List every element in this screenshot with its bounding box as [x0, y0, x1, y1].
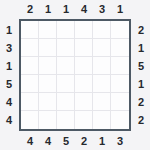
clue-top-2: 1 — [39, 1, 57, 17]
cell-r2c2[interactable] — [39, 39, 57, 57]
cell-r1c3[interactable] — [57, 21, 75, 39]
cell-r6c3[interactable] — [57, 111, 75, 129]
cell-r2c5[interactable] — [93, 39, 111, 57]
clue-row-bottom: 4 4 5 2 1 3 — [21, 133, 129, 149]
puzzle-board — [19, 19, 131, 131]
clue-left-6: 4 — [1, 111, 17, 129]
cell-r1c2[interactable] — [39, 21, 57, 39]
clue-bottom-3: 5 — [57, 133, 75, 149]
clue-top-4: 4 — [75, 1, 93, 17]
cell-r5c6[interactable] — [111, 93, 129, 111]
cell-r1c1[interactable] — [21, 21, 39, 39]
cell-r4c6[interactable] — [111, 75, 129, 93]
clue-bottom-1: 4 — [21, 133, 39, 149]
cell-r2c6[interactable] — [111, 39, 129, 57]
cell-r1c5[interactable] — [93, 21, 111, 39]
cell-r3c1[interactable] — [21, 57, 39, 75]
cell-r6c2[interactable] — [39, 111, 57, 129]
cell-r6c4[interactable] — [75, 111, 93, 129]
cell-r3c5[interactable] — [93, 57, 111, 75]
cell-r3c2[interactable] — [39, 57, 57, 75]
cell-r5c2[interactable] — [39, 93, 57, 111]
cell-r5c5[interactable] — [93, 93, 111, 111]
clue-left-4: 5 — [1, 75, 17, 93]
clue-top-5: 3 — [93, 1, 111, 17]
cell-r3c3[interactable] — [57, 57, 75, 75]
cell-r6c6[interactable] — [111, 111, 129, 129]
clue-row-top: 2 1 1 4 3 1 — [21, 1, 129, 17]
clue-top-6: 1 — [111, 1, 129, 17]
clue-top-1: 2 — [21, 1, 39, 17]
cell-r2c1[interactable] — [21, 39, 39, 57]
cell-r3c6[interactable] — [111, 57, 129, 75]
cell-r3c4[interactable] — [75, 57, 93, 75]
clue-bottom-6: 3 — [111, 133, 129, 149]
clue-right-4: 1 — [133, 75, 149, 93]
cell-r5c1[interactable] — [21, 93, 39, 111]
clue-right-5: 2 — [133, 93, 149, 111]
clue-left-5: 4 — [1, 93, 17, 111]
cell-r4c3[interactable] — [57, 75, 75, 93]
cell-r4c4[interactable] — [75, 75, 93, 93]
cell-r2c3[interactable] — [57, 39, 75, 57]
cell-r4c2[interactable] — [39, 75, 57, 93]
clue-bottom-4: 2 — [75, 133, 93, 149]
clue-top-3: 1 — [57, 1, 75, 17]
cell-r6c1[interactable] — [21, 111, 39, 129]
cell-r4c1[interactable] — [21, 75, 39, 93]
clue-bottom-5: 1 — [93, 133, 111, 149]
cell-r5c4[interactable] — [75, 93, 93, 111]
clue-column-right: 2 1 5 1 2 2 — [133, 21, 149, 129]
clue-right-6: 2 — [133, 111, 149, 129]
cell-r2c4[interactable] — [75, 39, 93, 57]
clue-right-2: 1 — [133, 39, 149, 57]
clue-right-1: 2 — [133, 21, 149, 39]
skyscrapers-puzzle: 2 1 1 4 3 1 1 3 1 5 4 4 2 1 5 1 2 2 4 4 … — [0, 0, 150, 150]
clue-left-1: 1 — [1, 21, 17, 39]
cell-r1c6[interactable] — [111, 21, 129, 39]
clue-left-3: 1 — [1, 57, 17, 75]
cell-r5c3[interactable] — [57, 93, 75, 111]
cell-r6c5[interactable] — [93, 111, 111, 129]
clue-left-2: 3 — [1, 39, 17, 57]
cell-r1c4[interactable] — [75, 21, 93, 39]
clue-right-3: 5 — [133, 57, 149, 75]
cell-r4c5[interactable] — [93, 75, 111, 93]
clue-bottom-2: 4 — [39, 133, 57, 149]
clue-column-left: 1 3 1 5 4 4 — [1, 21, 17, 129]
